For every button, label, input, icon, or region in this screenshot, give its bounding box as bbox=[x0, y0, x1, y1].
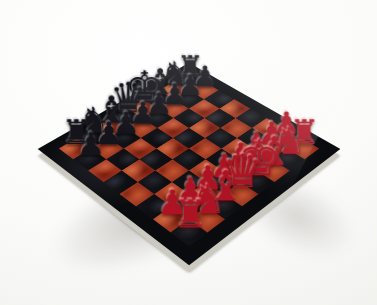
square-a1[interactable]: ♜ bbox=[170, 219, 207, 246]
photo-backdrop: ♜♞♝♛♚♝♞♜♟♟♟♟♟♟♟♟♟♟♟♟♟♟♟♟♜♞♝♛♚♝♞♜ bbox=[0, 0, 377, 305]
piece-black-pawn[interactable]: ♟ bbox=[58, 128, 123, 160]
piece-red-rook[interactable]: ♜ bbox=[154, 195, 226, 233]
square-e5[interactable] bbox=[172, 127, 204, 148]
